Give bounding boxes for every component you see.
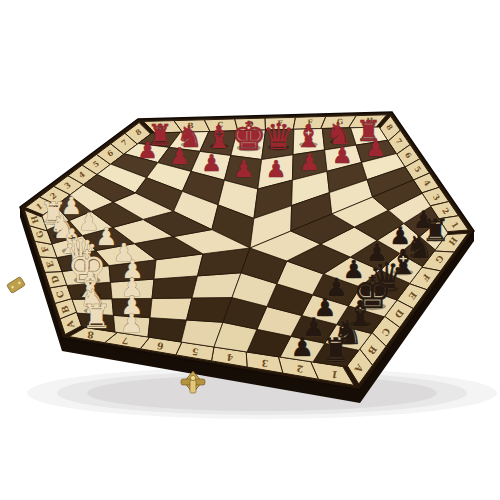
piece-red-pawn-g2: ♟: [332, 142, 353, 168]
piece-red-pawn-a2: ♟: [137, 137, 157, 163]
piece-red-pawn-d2: ♟: [233, 155, 254, 182]
piece-red-pawn-f2: ♟: [299, 149, 320, 175]
cell-lower_left-b3: [150, 298, 192, 320]
piece-black-rook-a1: ♜: [321, 331, 351, 370]
piece-red-pawn-h2: ♟: [365, 135, 385, 161]
piece-white-pawn-a2: ♟: [120, 308, 143, 338]
piece-white-rook-a1: ♜: [82, 298, 111, 336]
product-photo-three-player-chess: 12345678ABCDEFGH87654321HGFEDCBA12345678…: [0, 0, 500, 500]
piece-red-pawn-c2: ♟: [201, 150, 222, 176]
cell-lower_left-c3: [152, 276, 198, 299]
piece-red-pawn-b2: ♟: [169, 143, 190, 169]
piece-black-pawn-a2: ♟: [290, 332, 313, 362]
brass-hinge: [7, 277, 26, 294]
three-player-chess-board: 12345678ABCDEFGH87654321HGFEDCBA12345678…: [0, 0, 500, 500]
piece-red-queen-e1: ♛: [262, 116, 294, 157]
piece-red-king-d1: ♚: [231, 113, 267, 159]
piece-red-pawn-e2: ♟: [266, 156, 287, 182]
